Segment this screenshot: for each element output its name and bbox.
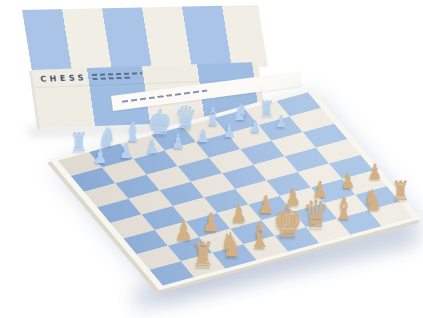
piece-black-pawn-c7[interactable]: ♟: [223, 122, 235, 140]
piece-white-queen-d1[interactable]: ♛: [303, 195, 329, 233]
piece-white-king-e1[interactable]: ♚: [273, 199, 303, 243]
piece-white-rook-h1[interactable]: ♜: [192, 238, 215, 272]
piece-white-pawn-e2[interactable]: ♟: [257, 193, 274, 218]
piece-white-pawn-a2[interactable]: ♟: [368, 161, 382, 182]
piece-black-rook-a8[interactable]: ♜: [260, 98, 274, 119]
box-title: CHESS: [40, 74, 88, 84]
piece-black-pawn-a7[interactable]: ♟: [275, 113, 286, 130]
piece-black-pawn-b7[interactable]: ♟: [249, 118, 260, 135]
piece-white-knight-b1[interactable]: ♞: [363, 185, 383, 214]
piece-white-bishop-c1[interactable]: ♝: [334, 193, 355, 223]
piece-white-pawn-b2[interactable]: ♟: [340, 170, 354, 191]
piece-black-pawn-h7[interactable]: ♟: [93, 146, 107, 166]
piece-white-pawn-g2[interactable]: ♟: [203, 209, 221, 235]
piece-white-pawn-f2[interactable]: ♟: [230, 202, 247, 227]
piece-white-knight-g1[interactable]: ♞: [220, 229, 243, 263]
piece-black-pawn-d7[interactable]: ♟: [197, 128, 209, 146]
piece-black-pawn-e7[interactable]: ♟: [171, 132, 184, 151]
piece-white-rook-a1[interactable]: ♜: [392, 177, 410, 204]
piece-white-bishop-f1[interactable]: ♝: [248, 219, 271, 253]
box-fine-print: [92, 72, 143, 82]
piece-black-rook-h8[interactable]: ♜: [70, 129, 88, 155]
piece-white-pawn-h2[interactable]: ♟: [175, 217, 193, 244]
piece-black-pawn-f7[interactable]: ♟: [145, 137, 158, 156]
product-photo-chess-set: CHESS ♜♞♝♚♛♝♞♜♟♟♟♟♟♟♟♟♟♟♟♟♟♟♟♟♜♞♝♚♛♝♞♜: [0, 0, 423, 318]
piece-black-pawn-g7[interactable]: ♟: [119, 141, 133, 161]
